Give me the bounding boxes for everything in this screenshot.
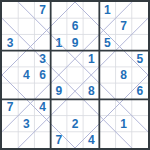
cell-r2c1[interactable] <box>2 18 18 34</box>
cell-r8c5[interactable]: 2 <box>67 116 83 132</box>
cell-r2c4[interactable] <box>51 18 67 34</box>
cell-r6c8[interactable] <box>116 83 132 99</box>
cell-r2c9[interactable] <box>132 18 148 34</box>
cell-r3c9[interactable] <box>132 34 148 50</box>
cell-r3c6[interactable] <box>83 34 99 50</box>
cell-r6c9[interactable]: 6 <box>132 83 148 99</box>
cell-r6c6[interactable]: 8 <box>83 83 99 99</box>
cell-r9c9[interactable] <box>132 132 148 148</box>
cell-r5c4[interactable] <box>51 67 67 83</box>
cell-r1c3[interactable]: 7 <box>34 2 50 18</box>
cell-r8c4[interactable] <box>51 116 67 132</box>
cell-r7c9[interactable] <box>132 99 148 115</box>
cell-r1c2[interactable] <box>18 2 34 18</box>
cell-r2c6[interactable] <box>83 18 99 34</box>
cell-r2c8[interactable]: 7 <box>116 18 132 34</box>
cell-r7c4[interactable] <box>51 99 67 115</box>
cell-r9c8[interactable] <box>116 132 132 148</box>
cell-r4c2[interactable] <box>18 51 34 67</box>
cell-r5c7[interactable] <box>99 67 115 83</box>
cell-r5c1[interactable] <box>2 67 18 83</box>
cell-r4c5[interactable] <box>67 51 83 67</box>
cell-r3c8[interactable] <box>116 34 132 50</box>
cell-r4c3[interactable]: 3 <box>34 51 50 67</box>
cell-r6c3[interactable] <box>34 83 50 99</box>
cell-r4c8[interactable] <box>116 51 132 67</box>
cell-r5c3[interactable]: 6 <box>34 67 50 83</box>
cell-r7c5[interactable] <box>67 99 83 115</box>
cell-r4c6[interactable]: 1 <box>83 51 99 67</box>
cell-r1c9[interactable] <box>132 2 148 18</box>
cell-r4c1[interactable] <box>2 51 18 67</box>
cell-r8c9[interactable] <box>132 116 148 132</box>
cell-r9c1[interactable] <box>2 132 18 148</box>
cell-r1c4[interactable] <box>51 2 67 18</box>
cell-r6c4[interactable]: 9 <box>51 83 67 99</box>
cell-r9c4[interactable]: 7 <box>51 132 67 148</box>
cell-r6c1[interactable] <box>2 83 18 99</box>
cell-r5c6[interactable] <box>83 67 99 83</box>
cell-r3c3[interactable] <box>34 34 50 50</box>
cell-r3c5[interactable]: 9 <box>67 34 83 50</box>
cell-r2c3[interactable] <box>34 18 50 34</box>
cell-r8c6[interactable] <box>83 116 99 132</box>
cell-r5c5[interactable] <box>67 67 83 83</box>
cell-r4c4[interactable] <box>51 51 67 67</box>
cell-r6c5[interactable] <box>67 83 83 99</box>
cell-r8c8[interactable]: 1 <box>116 116 132 132</box>
cell-r1c7[interactable]: 1 <box>99 2 115 18</box>
sudoku-grid: 716731953154689867432174 <box>2 2 148 148</box>
cell-r5c8[interactable]: 8 <box>116 67 132 83</box>
cell-r3c7[interactable]: 5 <box>99 34 115 50</box>
cell-r6c7[interactable] <box>99 83 115 99</box>
cell-r1c5[interactable] <box>67 2 83 18</box>
cell-r2c7[interactable] <box>99 18 115 34</box>
cell-r9c2[interactable] <box>18 132 34 148</box>
cell-r8c2[interactable]: 3 <box>18 116 34 132</box>
cell-r7c2[interactable] <box>18 99 34 115</box>
cell-r9c7[interactable] <box>99 132 115 148</box>
cell-r2c5[interactable]: 6 <box>67 18 83 34</box>
cell-r3c2[interactable] <box>18 34 34 50</box>
cell-r7c3[interactable]: 4 <box>34 99 50 115</box>
cell-r7c8[interactable] <box>116 99 132 115</box>
cell-r8c3[interactable] <box>34 116 50 132</box>
cell-r9c6[interactable]: 4 <box>83 132 99 148</box>
sudoku-board: 716731953154689867432174 <box>0 0 150 150</box>
cell-r5c9[interactable] <box>132 67 148 83</box>
cell-r4c7[interactable] <box>99 51 115 67</box>
cell-r6c2[interactable] <box>18 83 34 99</box>
cell-r9c3[interactable] <box>34 132 50 148</box>
cell-r1c6[interactable] <box>83 2 99 18</box>
cell-r1c1[interactable] <box>2 2 18 18</box>
cell-r3c1[interactable]: 3 <box>2 34 18 50</box>
cell-r2c2[interactable] <box>18 18 34 34</box>
cell-r7c6[interactable] <box>83 99 99 115</box>
cell-r1c8[interactable] <box>116 2 132 18</box>
cell-r9c5[interactable] <box>67 132 83 148</box>
cell-r4c9[interactable]: 5 <box>132 51 148 67</box>
cell-r3c4[interactable]: 1 <box>51 34 67 50</box>
cell-r8c1[interactable] <box>2 116 18 132</box>
cell-r7c7[interactable] <box>99 99 115 115</box>
cell-r5c2[interactable]: 4 <box>18 67 34 83</box>
cell-r8c7[interactable] <box>99 116 115 132</box>
cell-r7c1[interactable]: 7 <box>2 99 18 115</box>
